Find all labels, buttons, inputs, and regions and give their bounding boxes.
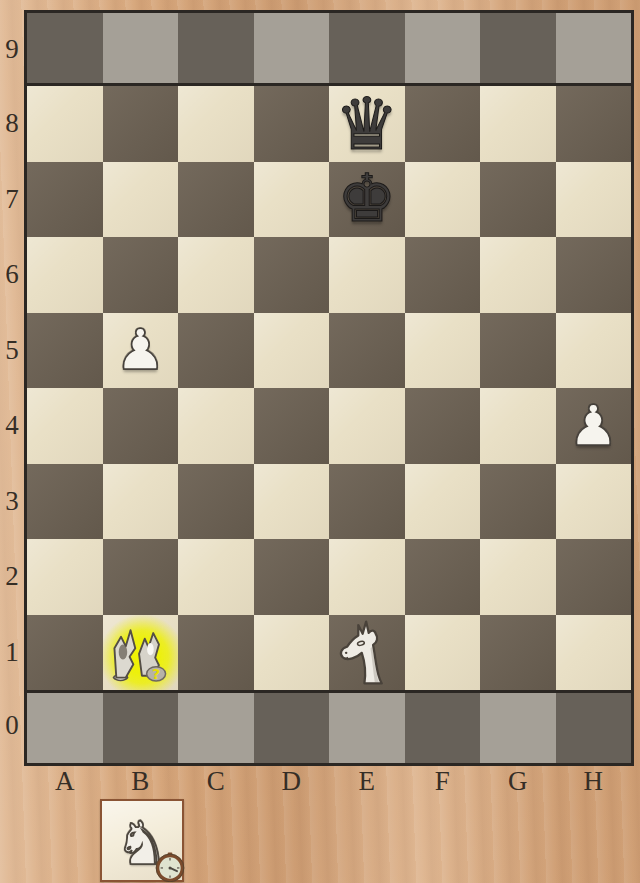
rank-label-8: 8	[0, 86, 24, 162]
square-d4[interactable]	[254, 388, 330, 464]
square-e7[interactable]: ♚	[329, 162, 405, 238]
square-c2[interactable]	[178, 539, 254, 615]
square-b7[interactable]	[103, 162, 179, 238]
square-c4[interactable]	[178, 388, 254, 464]
square-b1[interactable]: ?	[103, 615, 179, 691]
square-h1[interactable]	[556, 615, 632, 691]
square-a9[interactable]	[27, 13, 103, 83]
file-label-d: D	[254, 766, 330, 797]
piece-tray[interactable]: ♞	[100, 799, 184, 882]
square-a4[interactable]	[27, 388, 103, 464]
file-label-a: A	[27, 766, 103, 797]
square-h7[interactable]	[556, 162, 632, 238]
square-d1[interactable]	[254, 615, 330, 691]
square-a5[interactable]	[27, 313, 103, 389]
square-g6[interactable]	[480, 237, 556, 313]
square-d3[interactable]	[254, 464, 330, 540]
square-f6[interactable]	[405, 237, 481, 313]
square-e6[interactable]	[329, 237, 405, 313]
square-c5[interactable]	[178, 313, 254, 389]
square-d8[interactable]	[254, 86, 330, 162]
black-king: ♚	[329, 162, 405, 238]
square-b9[interactable]	[103, 13, 179, 83]
rank-label-4: 4	[0, 388, 24, 464]
square-b6[interactable]	[103, 237, 179, 313]
square-e8[interactable]: ♛	[329, 86, 405, 162]
square-c1[interactable]	[178, 615, 254, 691]
square-g8[interactable]	[480, 86, 556, 162]
square-g4[interactable]	[480, 388, 556, 464]
chess-board: ♛♚♟♟ ?	[24, 10, 634, 766]
square-c9[interactable]	[178, 13, 254, 83]
square-h8[interactable]	[556, 86, 632, 162]
white-pawn: ♟	[556, 388, 632, 464]
square-f8[interactable]	[405, 86, 481, 162]
square-b2[interactable]	[103, 539, 179, 615]
square-f5[interactable]	[405, 313, 481, 389]
square-c8[interactable]	[178, 86, 254, 162]
square-b3[interactable]	[103, 464, 179, 540]
square-e1[interactable]	[329, 615, 405, 691]
square-c6[interactable]	[178, 237, 254, 313]
shattered-piece-icon: ?	[104, 616, 176, 688]
square-e3[interactable]	[329, 464, 405, 540]
file-labels: ABCDEFGH	[27, 766, 631, 796]
square-e5[interactable]	[329, 313, 405, 389]
square-a1[interactable]	[27, 615, 103, 691]
file-label-b: B	[103, 766, 179, 797]
square-d6[interactable]	[254, 237, 330, 313]
file-label-e: E	[329, 766, 405, 797]
white-giraffe	[329, 615, 405, 691]
rank-label-2: 2	[0, 539, 24, 615]
square-c7[interactable]	[178, 162, 254, 238]
file-label-h: H	[556, 766, 632, 797]
square-e9[interactable]	[329, 13, 405, 83]
square-h9[interactable]	[556, 13, 632, 83]
rank-label-0: 0	[0, 690, 24, 760]
square-a8[interactable]	[27, 86, 103, 162]
square-d0[interactable]	[254, 693, 330, 763]
file-label-g: G	[480, 766, 556, 797]
file-label-f: F	[405, 766, 481, 797]
square-a2[interactable]	[27, 539, 103, 615]
square-d2[interactable]	[254, 539, 330, 615]
square-h0[interactable]	[556, 693, 632, 763]
square-e4[interactable]	[329, 388, 405, 464]
square-h3[interactable]	[556, 464, 632, 540]
square-f2[interactable]	[405, 539, 481, 615]
square-g2[interactable]	[480, 539, 556, 615]
black-queen: ♛	[329, 86, 405, 162]
square-e2[interactable]	[329, 539, 405, 615]
square-b0[interactable]	[103, 693, 179, 763]
square-b4[interactable]	[103, 388, 179, 464]
square-f9[interactable]	[405, 13, 481, 83]
rank-label-9: 9	[0, 13, 24, 86]
staging-row-top	[27, 13, 631, 86]
wood-background: { "game": "chess variant (musketeer-styl…	[0, 0, 640, 883]
rank-label-3: 3	[0, 464, 24, 540]
rank-label-7: 7	[0, 162, 24, 238]
white-pawn: ♟	[103, 313, 179, 389]
square-c0[interactable]	[178, 693, 254, 763]
staging-row-bottom	[27, 690, 631, 763]
square-f0[interactable]	[405, 693, 481, 763]
square-g7[interactable]	[480, 162, 556, 238]
square-b8[interactable]	[103, 86, 179, 162]
square-g0[interactable]	[480, 693, 556, 763]
square-a7[interactable]	[27, 162, 103, 238]
square-f3[interactable]	[405, 464, 481, 540]
square-c3[interactable]	[178, 464, 254, 540]
square-h2[interactable]	[556, 539, 632, 615]
clock-badge-icon	[155, 852, 185, 882]
unknown-piece-badge: ?	[152, 666, 160, 682]
square-f4[interactable]	[405, 388, 481, 464]
white-shattered-piece: ?	[103, 615, 179, 691]
square-f1[interactable]	[405, 615, 481, 691]
square-d5[interactable]	[254, 313, 330, 389]
square-a3[interactable]	[27, 464, 103, 540]
square-f7[interactable]	[405, 162, 481, 238]
square-d7[interactable]	[254, 162, 330, 238]
white-giraffe-icon	[334, 616, 400, 688]
square-g9[interactable]	[480, 13, 556, 83]
square-b5[interactable]: ♟	[103, 313, 179, 389]
square-d9[interactable]	[254, 13, 330, 83]
square-h5[interactable]	[556, 313, 632, 389]
square-g1[interactable]	[480, 615, 556, 691]
square-h6[interactable]	[556, 237, 632, 313]
square-e0[interactable]	[329, 693, 405, 763]
square-g5[interactable]	[480, 313, 556, 389]
file-label-c: C	[178, 766, 254, 797]
square-a6[interactable]	[27, 237, 103, 313]
square-h4[interactable]: ♟	[556, 388, 632, 464]
main-board: ♛♚♟♟ ?	[27, 86, 631, 690]
square-a0[interactable]	[27, 693, 103, 763]
square-g3[interactable]	[480, 464, 556, 540]
rank-label-6: 6	[0, 237, 24, 313]
rank-labels: 9876543210	[0, 13, 24, 760]
rank-label-1: 1	[0, 615, 24, 691]
rank-label-5: 5	[0, 313, 24, 389]
